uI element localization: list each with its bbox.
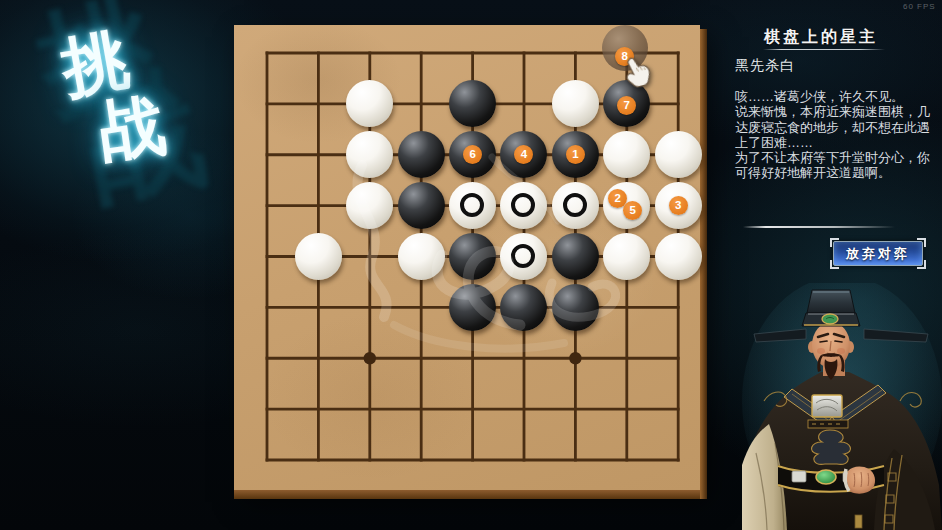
- challenge-char: 挑: [57, 25, 133, 101]
- official-hat: [802, 290, 860, 326]
- give-up-button[interactable]: 放弃对弈: [833, 241, 923, 266]
- challenge-char-shadow: 战: [75, 73, 213, 211]
- challenge-char-shadow: 挑: [28, 0, 169, 124]
- dialogue-line: 上了困难……: [735, 135, 937, 150]
- challenge-char: 战: [95, 91, 170, 166]
- board-bottom-bevel: [234, 490, 700, 499]
- dialogue-line: 咳……诸葛少侠，许久不见。: [735, 89, 937, 104]
- dialogue-line: 说来惭愧，本府近来痴迷围棋，几: [735, 104, 937, 119]
- dialogue-line: 达废寝忘食的地步，却不想在此遇: [735, 120, 937, 135]
- dialogue-line: 为了不让本府等下升堂时分心，你: [735, 150, 937, 165]
- go-board: 87641253: [234, 25, 700, 490]
- challenge-banner: 挑 战 挑 战: [0, 0, 230, 260]
- dialogue-line: 可得好好地解开这道题啊。: [735, 165, 937, 180]
- panel-separator: [743, 226, 895, 228]
- game-screen: 挑 战 挑 战 87641253 棋盘上的星主 黑先杀白 咳……诸葛: [0, 0, 942, 530]
- npc-portrait: [742, 283, 942, 530]
- watermark-overlay: [234, 25, 700, 490]
- belt-pendant: [855, 515, 862, 528]
- title-underline: [763, 49, 885, 50]
- chest-plaque: [812, 395, 842, 417]
- puzzle-task: 黑先杀白: [735, 57, 795, 75]
- dialogue-text: 咳……诸葛少侠，许久不见。说来惭愧，本府近来痴迷围棋，几达废寝忘食的地步，却不想…: [735, 89, 937, 181]
- hand: [845, 467, 875, 494]
- puzzle-title: 棋盘上的星主: [700, 27, 942, 48]
- give-up-button-label: 放弃对弈: [834, 242, 922, 265]
- fps-counter: 60 FPS: [903, 2, 936, 11]
